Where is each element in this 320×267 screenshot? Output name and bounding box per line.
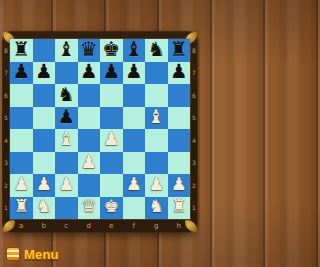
- rank-label-8: 8: [191, 39, 197, 62]
- black-knight[interactable]: ♞: [147, 39, 165, 59]
- square-e6[interactable]: [100, 84, 123, 107]
- square-h3[interactable]: [168, 152, 191, 175]
- white-pawn[interactable]: ♟: [171, 175, 187, 193]
- square-h2[interactable]: ♟: [168, 174, 191, 197]
- rank-label-6: 6: [3, 84, 9, 107]
- black-pawn[interactable]: ♟: [12, 62, 30, 82]
- black-rook[interactable]: ♜: [170, 39, 188, 59]
- square-h1[interactable]: ♜: [168, 197, 191, 220]
- square-e3[interactable]: [100, 152, 123, 175]
- square-f1[interactable]: [123, 197, 146, 220]
- white-pawn[interactable]: ♟: [81, 153, 97, 171]
- file-label-a: a: [10, 219, 33, 232]
- black-king[interactable]: ♚: [102, 39, 120, 59]
- file-labels-bottom: abcdefgh: [10, 219, 190, 232]
- square-d1[interactable]: ♛: [78, 197, 101, 220]
- square-h4[interactable]: [168, 129, 191, 152]
- rank-label-4: 4: [191, 129, 197, 152]
- black-bishop[interactable]: ♝: [57, 39, 75, 59]
- square-g8[interactable]: ♞: [145, 39, 168, 62]
- board-frame: 87654321 87654321 ♜♝♛♚♝♞♜♟♟♟♟♟♟♞♟♝♝♟♟♟♟♟…: [2, 31, 198, 233]
- rank-label-1: 1: [3, 197, 9, 220]
- square-c4[interactable]: ♝: [55, 129, 78, 152]
- black-pawn[interactable]: ♟: [170, 62, 188, 82]
- square-a1[interactable]: ♜: [10, 197, 33, 220]
- black-pawn[interactable]: ♟: [58, 107, 75, 126]
- white-king[interactable]: ♚: [103, 198, 119, 216]
- menu-button-label[interactable]: Menu: [24, 247, 59, 262]
- hamburger-menu-icon[interactable]: [6, 247, 20, 261]
- square-b3[interactable]: [33, 152, 56, 175]
- square-f2[interactable]: ♟: [123, 174, 146, 197]
- square-d4[interactable]: [78, 129, 101, 152]
- square-c8[interactable]: ♝: [55, 39, 78, 62]
- square-a8[interactable]: ♜: [10, 39, 33, 62]
- square-a6[interactable]: [10, 84, 33, 107]
- black-bishop[interactable]: ♝: [125, 39, 143, 59]
- rank-label-7: 7: [3, 62, 9, 85]
- square-g6[interactable]: [145, 84, 168, 107]
- square-e5[interactable]: [100, 107, 123, 130]
- rank-label-3: 3: [191, 152, 197, 175]
- square-h5[interactable]: [168, 107, 191, 130]
- rank-labels-left: 87654321: [3, 39, 9, 219]
- square-a5[interactable]: [10, 107, 33, 130]
- white-bishop[interactable]: ♝: [58, 130, 75, 149]
- rank-label-3: 3: [3, 152, 9, 175]
- square-g5[interactable]: ♝: [145, 107, 168, 130]
- square-c7[interactable]: [55, 62, 78, 85]
- square-a3[interactable]: [10, 152, 33, 175]
- square-c5[interactable]: ♟: [55, 107, 78, 130]
- square-d7[interactable]: ♟: [78, 62, 101, 85]
- file-label-b: b: [33, 219, 56, 232]
- rank-label-5: 5: [191, 107, 197, 130]
- rank-label-5: 5: [3, 107, 9, 130]
- white-rook[interactable]: ♜: [171, 198, 187, 216]
- square-c6[interactable]: ♞: [55, 84, 78, 107]
- square-b1[interactable]: ♞: [33, 197, 56, 220]
- file-label-e: e: [100, 219, 123, 232]
- white-queen[interactable]: ♛: [81, 198, 97, 216]
- white-pawn[interactable]: ♟: [103, 130, 120, 149]
- square-e7[interactable]: ♟: [100, 62, 123, 85]
- rank-label-7: 7: [191, 62, 197, 85]
- square-b7[interactable]: ♟: [33, 62, 56, 85]
- white-pawn[interactable]: ♟: [13, 175, 29, 193]
- square-f6[interactable]: [123, 84, 146, 107]
- square-e1[interactable]: ♚: [100, 197, 123, 220]
- square-c3[interactable]: [55, 152, 78, 175]
- square-a2[interactable]: ♟: [10, 174, 33, 197]
- square-g3[interactable]: [145, 152, 168, 175]
- square-b8[interactable]: [33, 39, 56, 62]
- rank-label-2: 2: [3, 174, 9, 197]
- square-d5[interactable]: [78, 107, 101, 130]
- square-c1[interactable]: [55, 197, 78, 220]
- rank-label-1: 1: [191, 197, 197, 220]
- rank-label-8: 8: [3, 39, 9, 62]
- square-g7[interactable]: [145, 62, 168, 85]
- white-pawn[interactable]: ♟: [58, 175, 74, 193]
- square-a4[interactable]: [10, 129, 33, 152]
- rank-labels-right: 87654321: [191, 39, 197, 219]
- square-g2[interactable]: ♟: [145, 174, 168, 197]
- square-h8[interactable]: ♜: [168, 39, 191, 62]
- square-d3[interactable]: ♟: [78, 152, 101, 175]
- square-h6[interactable]: [168, 84, 191, 107]
- white-pawn[interactable]: ♟: [36, 175, 52, 193]
- square-d8[interactable]: ♛: [78, 39, 101, 62]
- chess-board: ♜♝♛♚♝♞♜♟♟♟♟♟♟♞♟♝♝♟♟♟♟♟♟♟♟♜♞♛♚♞♜: [10, 39, 190, 219]
- rank-label-4: 4: [3, 129, 9, 152]
- square-a7[interactable]: ♟: [10, 62, 33, 85]
- square-d2[interactable]: [78, 174, 101, 197]
- black-pawn[interactable]: ♟: [102, 62, 120, 82]
- square-f7[interactable]: ♟: [123, 62, 146, 85]
- white-knight[interactable]: ♞: [148, 198, 164, 216]
- square-b5[interactable]: [33, 107, 56, 130]
- square-f5[interactable]: [123, 107, 146, 130]
- square-b6[interactable]: [33, 84, 56, 107]
- square-g4[interactable]: [145, 129, 168, 152]
- black-pawn[interactable]: ♟: [125, 62, 143, 82]
- square-d6[interactable]: [78, 84, 101, 107]
- rank-label-2: 2: [191, 174, 197, 197]
- square-b4[interactable]: [33, 129, 56, 152]
- file-label-g: g: [145, 219, 168, 232]
- menu-button[interactable]: Menu: [6, 246, 59, 262]
- rank-label-6: 6: [191, 84, 197, 107]
- file-label-f: f: [123, 219, 146, 232]
- black-queen[interactable]: ♛: [80, 39, 98, 59]
- square-e8[interactable]: ♚: [100, 39, 123, 62]
- black-pawn[interactable]: ♟: [80, 62, 98, 82]
- black-pawn[interactable]: ♟: [35, 62, 53, 82]
- file-label-c: c: [55, 219, 78, 232]
- square-f3[interactable]: [123, 152, 146, 175]
- white-knight[interactable]: ♞: [36, 198, 52, 216]
- white-pawn[interactable]: ♟: [126, 175, 142, 193]
- square-g1[interactable]: ♞: [145, 197, 168, 220]
- file-label-d: d: [78, 219, 101, 232]
- white-bishop[interactable]: ♝: [148, 107, 165, 126]
- square-b2[interactable]: ♟: [33, 174, 56, 197]
- black-rook[interactable]: ♜: [12, 39, 30, 59]
- square-f4[interactable]: [123, 129, 146, 152]
- square-c2[interactable]: ♟: [55, 174, 78, 197]
- white-pawn[interactable]: ♟: [148, 175, 164, 193]
- white-rook[interactable]: ♜: [13, 198, 29, 216]
- black-knight[interactable]: ♞: [58, 85, 75, 104]
- square-h7[interactable]: ♟: [168, 62, 191, 85]
- square-e4[interactable]: ♟: [100, 129, 123, 152]
- square-f8[interactable]: ♝: [123, 39, 146, 62]
- square-e2[interactable]: [100, 174, 123, 197]
- file-label-h: h: [168, 219, 191, 232]
